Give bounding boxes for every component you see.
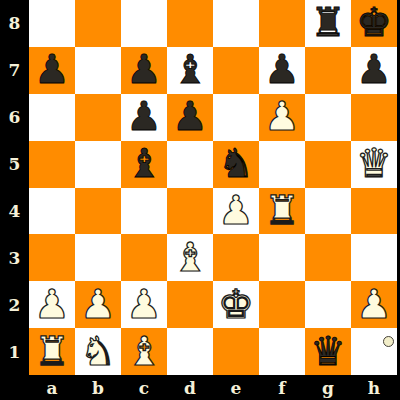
rank-label-5: 5 bbox=[0, 141, 29, 188]
square-b5[interactable] bbox=[75, 141, 121, 188]
square-h4[interactable] bbox=[351, 188, 397, 235]
square-b7[interactable] bbox=[75, 47, 121, 94]
square-b1[interactable]: ♞ bbox=[75, 328, 121, 375]
square-a4[interactable] bbox=[29, 188, 75, 235]
piece-white-pawn-b2[interactable]: ♟ bbox=[80, 284, 116, 324]
square-c1[interactable]: ♝ bbox=[121, 328, 167, 375]
square-c4[interactable] bbox=[121, 188, 167, 235]
piece-black-pawn-h7[interactable]: ♟ bbox=[356, 49, 392, 89]
square-f3[interactable] bbox=[259, 234, 305, 281]
square-d4[interactable] bbox=[167, 188, 213, 235]
piece-white-pawn-a2[interactable]: ♟ bbox=[34, 284, 70, 324]
rank-label-3: 3 bbox=[0, 234, 29, 281]
square-e2[interactable]: ♚ bbox=[213, 281, 259, 328]
chess-board-diagram: 87654321 ♜♚♟♟♝♟♟♟♟♟♝♞♛♟♜♝♟♟♟♚♟♜♞♝♛ abcde… bbox=[0, 0, 400, 400]
piece-black-knight-e5[interactable]: ♞ bbox=[218, 143, 254, 183]
piece-black-pawn-d6[interactable]: ♟ bbox=[172, 96, 208, 136]
file-label-h: h bbox=[351, 375, 397, 400]
square-a8[interactable] bbox=[29, 0, 75, 47]
square-d5[interactable] bbox=[167, 141, 213, 188]
square-f7[interactable]: ♟ bbox=[259, 47, 305, 94]
square-c6[interactable]: ♟ bbox=[121, 94, 167, 141]
square-e1[interactable] bbox=[213, 328, 259, 375]
rank-label-2: 2 bbox=[0, 281, 29, 328]
piece-white-bishop-c1[interactable]: ♝ bbox=[126, 331, 162, 371]
piece-black-pawn-c6[interactable]: ♟ bbox=[126, 96, 162, 136]
square-b4[interactable] bbox=[75, 188, 121, 235]
square-g6[interactable] bbox=[305, 94, 351, 141]
square-e4[interactable]: ♟ bbox=[213, 188, 259, 235]
square-h3[interactable] bbox=[351, 234, 397, 281]
square-c8[interactable] bbox=[121, 0, 167, 47]
square-g1[interactable]: ♛ bbox=[305, 328, 351, 375]
square-d6[interactable]: ♟ bbox=[167, 94, 213, 141]
rank-label-4: 4 bbox=[0, 188, 29, 235]
square-c3[interactable] bbox=[121, 234, 167, 281]
piece-white-knight-b1[interactable]: ♞ bbox=[80, 331, 116, 371]
piece-black-pawn-a7[interactable]: ♟ bbox=[34, 49, 70, 89]
piece-white-pawn-e4[interactable]: ♟ bbox=[218, 190, 254, 230]
square-d8[interactable] bbox=[167, 0, 213, 47]
square-e8[interactable] bbox=[213, 0, 259, 47]
square-h2[interactable]: ♟ bbox=[351, 281, 397, 328]
file-label-a: a bbox=[29, 375, 75, 400]
square-g4[interactable] bbox=[305, 188, 351, 235]
square-c5[interactable]: ♝ bbox=[121, 141, 167, 188]
piece-white-pawn-f6[interactable]: ♟ bbox=[264, 96, 300, 136]
piece-black-bishop-d7[interactable]: ♝ bbox=[172, 49, 208, 89]
piece-white-queen-h5[interactable]: ♛ bbox=[356, 143, 392, 183]
file-label-f: f bbox=[259, 375, 305, 400]
square-h1[interactable] bbox=[351, 328, 397, 375]
square-h6[interactable] bbox=[351, 94, 397, 141]
square-d7[interactable]: ♝ bbox=[167, 47, 213, 94]
square-g5[interactable] bbox=[305, 141, 351, 188]
square-h8[interactable]: ♚ bbox=[351, 0, 397, 47]
piece-black-queen-g1[interactable]: ♛ bbox=[310, 331, 346, 371]
square-g7[interactable] bbox=[305, 47, 351, 94]
piece-black-pawn-f7[interactable]: ♟ bbox=[264, 49, 300, 89]
piece-white-rook-f4[interactable]: ♜ bbox=[264, 190, 300, 230]
square-f1[interactable] bbox=[259, 328, 305, 375]
piece-white-pawn-h2[interactable]: ♟ bbox=[356, 284, 392, 324]
piece-black-bishop-c5[interactable]: ♝ bbox=[126, 143, 162, 183]
square-f4[interactable]: ♜ bbox=[259, 188, 305, 235]
square-a3[interactable] bbox=[29, 234, 75, 281]
square-a6[interactable] bbox=[29, 94, 75, 141]
white-to-move-indicator bbox=[383, 336, 394, 347]
square-f2[interactable] bbox=[259, 281, 305, 328]
square-a5[interactable] bbox=[29, 141, 75, 188]
square-f8[interactable] bbox=[259, 0, 305, 47]
piece-black-king-h8[interactable]: ♚ bbox=[356, 2, 392, 42]
square-a1[interactable]: ♜ bbox=[29, 328, 75, 375]
rank-labels: 87654321 bbox=[0, 0, 29, 375]
square-e6[interactable] bbox=[213, 94, 259, 141]
square-h5[interactable]: ♛ bbox=[351, 141, 397, 188]
square-g2[interactable] bbox=[305, 281, 351, 328]
square-b6[interactable] bbox=[75, 94, 121, 141]
board-squares: ♜♚♟♟♝♟♟♟♟♟♝♞♛♟♜♝♟♟♟♚♟♜♞♝♛ bbox=[29, 0, 397, 375]
square-b3[interactable] bbox=[75, 234, 121, 281]
square-g8[interactable]: ♜ bbox=[305, 0, 351, 47]
rank-label-1: 1 bbox=[0, 328, 29, 375]
piece-white-king-e2[interactable]: ♚ bbox=[218, 284, 254, 324]
file-label-d: d bbox=[167, 375, 213, 400]
square-f5[interactable] bbox=[259, 141, 305, 188]
piece-white-pawn-c2[interactable]: ♟ bbox=[126, 284, 162, 324]
rank-label-7: 7 bbox=[0, 47, 29, 94]
file-label-g: g bbox=[305, 375, 351, 400]
square-c7[interactable]: ♟ bbox=[121, 47, 167, 94]
piece-white-rook-a1[interactable]: ♜ bbox=[34, 331, 70, 371]
file-label-c: c bbox=[121, 375, 167, 400]
square-a7[interactable]: ♟ bbox=[29, 47, 75, 94]
square-c2[interactable]: ♟ bbox=[121, 281, 167, 328]
square-f6[interactable]: ♟ bbox=[259, 94, 305, 141]
square-e7[interactable] bbox=[213, 47, 259, 94]
piece-black-rook-g8[interactable]: ♜ bbox=[310, 2, 346, 42]
rank-label-6: 6 bbox=[0, 94, 29, 141]
file-labels: abcdefgh bbox=[29, 375, 397, 400]
rank-label-8: 8 bbox=[0, 0, 29, 47]
file-label-b: b bbox=[75, 375, 121, 400]
square-e5[interactable]: ♞ bbox=[213, 141, 259, 188]
square-d2[interactable] bbox=[167, 281, 213, 328]
square-a2[interactable]: ♟ bbox=[29, 281, 75, 328]
piece-black-pawn-c7[interactable]: ♟ bbox=[126, 49, 162, 89]
square-d3[interactable]: ♝ bbox=[167, 234, 213, 281]
square-e3[interactable] bbox=[213, 234, 259, 281]
square-g3[interactable] bbox=[305, 234, 351, 281]
square-b2[interactable]: ♟ bbox=[75, 281, 121, 328]
square-h7[interactable]: ♟ bbox=[351, 47, 397, 94]
square-b8[interactable] bbox=[75, 0, 121, 47]
square-d1[interactable] bbox=[167, 328, 213, 375]
piece-white-bishop-d3[interactable]: ♝ bbox=[172, 237, 208, 277]
file-label-e: e bbox=[213, 375, 259, 400]
